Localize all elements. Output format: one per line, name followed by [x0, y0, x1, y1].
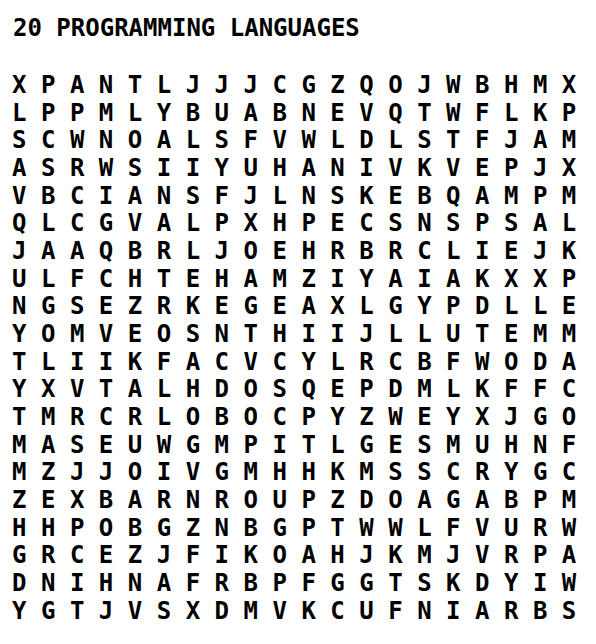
grid-cell[interactable]: H: [301, 237, 330, 265]
grid-cell[interactable]: W: [446, 99, 475, 127]
grid-cell[interactable]: R: [157, 486, 186, 514]
grid-cell[interactable]: P: [301, 486, 330, 514]
grid-cell[interactable]: O: [128, 458, 157, 486]
grid-cell[interactable]: H: [272, 209, 301, 237]
grid-cell[interactable]: G: [301, 71, 330, 99]
grid-cell[interactable]: G: [12, 541, 41, 569]
grid-cell[interactable]: C: [562, 375, 591, 403]
grid-cell[interactable]: A: [301, 541, 330, 569]
grid-cell[interactable]: P: [41, 71, 70, 99]
grid-cell[interactable]: W: [99, 154, 128, 182]
grid-cell[interactable]: N: [417, 597, 446, 625]
grid-cell[interactable]: X: [41, 375, 70, 403]
grid-cell[interactable]: B: [128, 514, 157, 542]
grid-cell[interactable]: H: [186, 375, 215, 403]
grid-cell[interactable]: X: [186, 597, 215, 625]
grid-cell[interactable]: E: [99, 431, 128, 459]
grid-cell[interactable]: M: [244, 458, 273, 486]
grid-cell[interactable]: A: [128, 182, 157, 210]
grid-cell[interactable]: R: [504, 597, 533, 625]
grid-cell[interactable]: L: [157, 403, 186, 431]
grid-cell[interactable]: F: [446, 348, 475, 376]
grid-cell[interactable]: Z: [330, 71, 359, 99]
grid-cell[interactable]: L: [388, 126, 417, 154]
grid-cell[interactable]: O: [186, 403, 215, 431]
grid-cell[interactable]: X: [330, 292, 359, 320]
grid-cell[interactable]: M: [533, 71, 562, 99]
grid-cell[interactable]: R: [475, 458, 504, 486]
grid-cell[interactable]: R: [388, 237, 417, 265]
grid-cell[interactable]: K: [388, 541, 417, 569]
grid-cell[interactable]: N: [330, 154, 359, 182]
grid-cell[interactable]: I: [446, 597, 475, 625]
grid-cell[interactable]: N: [417, 209, 446, 237]
grid-cell[interactable]: T: [388, 569, 417, 597]
grid-cell[interactable]: T: [244, 320, 273, 348]
grid-cell[interactable]: C: [417, 237, 446, 265]
grid-cell[interactable]: D: [12, 569, 41, 597]
grid-cell[interactable]: E: [186, 265, 215, 293]
grid-cell[interactable]: M: [12, 458, 41, 486]
grid-cell[interactable]: W: [70, 126, 99, 154]
grid-cell[interactable]: B: [272, 99, 301, 127]
grid-cell[interactable]: I: [301, 320, 330, 348]
grid-cell[interactable]: F: [533, 375, 562, 403]
grid-cell[interactable]: C: [562, 458, 591, 486]
grid-cell[interactable]: A: [301, 154, 330, 182]
grid-cell[interactable]: A: [70, 71, 99, 99]
grid-cell[interactable]: W: [301, 126, 330, 154]
grid-cell[interactable]: F: [388, 597, 417, 625]
grid-cell[interactable]: B: [359, 237, 388, 265]
grid-cell[interactable]: Y: [330, 403, 359, 431]
grid-cell[interactable]: I: [99, 348, 128, 376]
grid-cell[interactable]: C: [272, 403, 301, 431]
grid-cell[interactable]: I: [330, 265, 359, 293]
grid-cell[interactable]: O: [388, 486, 417, 514]
grid-cell[interactable]: J: [533, 154, 562, 182]
grid-cell[interactable]: M: [446, 431, 475, 459]
grid-cell[interactable]: I: [70, 348, 99, 376]
grid-cell[interactable]: I: [157, 154, 186, 182]
grid-cell[interactable]: E: [215, 292, 244, 320]
grid-cell[interactable]: N: [99, 71, 128, 99]
grid-cell[interactable]: C: [272, 348, 301, 376]
grid-cell[interactable]: Z: [128, 292, 157, 320]
grid-cell[interactable]: Z: [128, 541, 157, 569]
grid-cell[interactable]: L: [330, 431, 359, 459]
grid-cell[interactable]: S: [186, 320, 215, 348]
grid-cell[interactable]: P: [41, 99, 70, 127]
grid-cell[interactable]: A: [157, 569, 186, 597]
grid-cell[interactable]: Y: [12, 320, 41, 348]
grid-cell[interactable]: N: [12, 292, 41, 320]
grid-cell[interactable]: V: [446, 154, 475, 182]
grid-cell[interactable]: I: [475, 237, 504, 265]
grid-cell[interactable]: J: [504, 126, 533, 154]
grid-cell[interactable]: C: [70, 541, 99, 569]
grid-cell[interactable]: I: [533, 569, 562, 597]
grid-cell[interactable]: O: [272, 541, 301, 569]
grid-cell[interactable]: O: [157, 320, 186, 348]
grid-cell[interactable]: J: [533, 237, 562, 265]
grid-cell[interactable]: O: [244, 486, 273, 514]
grid-cell[interactable]: P: [301, 209, 330, 237]
grid-cell[interactable]: A: [388, 265, 417, 293]
grid-cell[interactable]: T: [12, 348, 41, 376]
grid-cell[interactable]: P: [70, 514, 99, 542]
grid-cell[interactable]: W: [562, 514, 591, 542]
grid-cell[interactable]: F: [157, 348, 186, 376]
grid-cell[interactable]: D: [215, 375, 244, 403]
grid-cell[interactable]: U: [12, 265, 41, 293]
grid-cell[interactable]: N: [215, 320, 244, 348]
grid-cell[interactable]: A: [446, 265, 475, 293]
grid-cell[interactable]: B: [417, 182, 446, 210]
grid-cell[interactable]: E: [272, 292, 301, 320]
grid-cell[interactable]: B: [504, 486, 533, 514]
grid-cell[interactable]: U: [244, 154, 273, 182]
grid-cell[interactable]: L: [359, 292, 388, 320]
grid-cell[interactable]: E: [388, 431, 417, 459]
grid-cell[interactable]: L: [41, 209, 70, 237]
grid-cell[interactable]: D: [215, 597, 244, 625]
grid-cell[interactable]: F: [475, 126, 504, 154]
grid-cell[interactable]: A: [475, 486, 504, 514]
grid-cell[interactable]: S: [272, 375, 301, 403]
grid-cell[interactable]: Z: [301, 265, 330, 293]
grid-cell[interactable]: U: [446, 320, 475, 348]
grid-cell[interactable]: C: [330, 597, 359, 625]
grid-cell[interactable]: A: [157, 126, 186, 154]
grid-cell[interactable]: O: [128, 126, 157, 154]
grid-cell[interactable]: S: [417, 431, 446, 459]
grid-cell[interactable]: L: [330, 126, 359, 154]
grid-cell[interactable]: C: [41, 126, 70, 154]
grid-cell[interactable]: B: [533, 597, 562, 625]
grid-cell[interactable]: M: [70, 320, 99, 348]
grid-cell[interactable]: O: [562, 403, 591, 431]
grid-cell[interactable]: E: [330, 99, 359, 127]
grid-cell[interactable]: A: [41, 237, 70, 265]
grid-cell[interactable]: J: [359, 541, 388, 569]
grid-cell[interactable]: L: [186, 237, 215, 265]
grid-cell[interactable]: H: [301, 458, 330, 486]
grid-cell[interactable]: R: [504, 541, 533, 569]
grid-cell[interactable]: V: [475, 514, 504, 542]
grid-cell[interactable]: R: [157, 237, 186, 265]
grid-cell[interactable]: E: [128, 320, 157, 348]
grid-cell[interactable]: W: [446, 71, 475, 99]
grid-cell[interactable]: S: [417, 569, 446, 597]
grid-cell[interactable]: P: [244, 431, 273, 459]
grid-cell[interactable]: M: [417, 541, 446, 569]
grid-cell[interactable]: X: [475, 403, 504, 431]
grid-cell[interactable]: G: [388, 292, 417, 320]
grid-cell[interactable]: M: [99, 99, 128, 127]
grid-cell[interactable]: E: [330, 375, 359, 403]
grid-cell[interactable]: T: [128, 71, 157, 99]
grid-cell[interactable]: A: [475, 182, 504, 210]
grid-cell[interactable]: U: [475, 431, 504, 459]
grid-cell[interactable]: P: [359, 375, 388, 403]
grid-cell[interactable]: C: [446, 458, 475, 486]
grid-cell[interactable]: J: [157, 541, 186, 569]
grid-cell[interactable]: S: [417, 126, 446, 154]
grid-cell[interactable]: M: [417, 375, 446, 403]
grid-cell[interactable]: B: [99, 486, 128, 514]
grid-cell[interactable]: L: [41, 265, 70, 293]
grid-cell[interactable]: M: [12, 431, 41, 459]
grid-cell[interactable]: C: [359, 209, 388, 237]
grid-cell[interactable]: L: [41, 348, 70, 376]
grid-cell[interactable]: W: [388, 403, 417, 431]
grid-cell[interactable]: P: [475, 209, 504, 237]
grid-cell[interactable]: L: [533, 292, 562, 320]
grid-cell[interactable]: F: [504, 375, 533, 403]
grid-cell[interactable]: V: [272, 597, 301, 625]
grid-cell[interactable]: C: [99, 403, 128, 431]
grid-cell[interactable]: Q: [446, 182, 475, 210]
grid-cell[interactable]: G: [359, 569, 388, 597]
grid-cell[interactable]: Z: [359, 403, 388, 431]
grid-cell[interactable]: L: [186, 126, 215, 154]
grid-cell[interactable]: A: [244, 99, 273, 127]
grid-cell[interactable]: L: [128, 99, 157, 127]
grid-cell[interactable]: V: [272, 126, 301, 154]
grid-cell[interactable]: F: [301, 569, 330, 597]
grid-cell[interactable]: E: [417, 403, 446, 431]
grid-cell[interactable]: G: [359, 431, 388, 459]
grid-cell[interactable]: L: [388, 320, 417, 348]
grid-cell[interactable]: J: [99, 597, 128, 625]
grid-cell[interactable]: E: [475, 154, 504, 182]
grid-cell[interactable]: H: [99, 569, 128, 597]
grid-cell[interactable]: T: [12, 403, 41, 431]
grid-cell[interactable]: Q: [388, 99, 417, 127]
grid-cell[interactable]: S: [215, 126, 244, 154]
grid-cell[interactable]: P: [562, 99, 591, 127]
grid-cell[interactable]: R: [128, 403, 157, 431]
grid-cell[interactable]: J: [417, 71, 446, 99]
grid-cell[interactable]: I: [215, 541, 244, 569]
grid-cell[interactable]: P: [533, 486, 562, 514]
grid-cell[interactable]: U: [272, 486, 301, 514]
grid-cell[interactable]: F: [562, 431, 591, 459]
grid-cell[interactable]: R: [41, 541, 70, 569]
grid-cell[interactable]: X: [70, 486, 99, 514]
grid-cell[interactable]: Q: [359, 71, 388, 99]
grid-cell[interactable]: H: [272, 154, 301, 182]
grid-cell[interactable]: F: [215, 182, 244, 210]
grid-cell[interactable]: P: [533, 182, 562, 210]
grid-cell[interactable]: B: [417, 348, 446, 376]
grid-cell[interactable]: V: [475, 541, 504, 569]
grid-cell[interactable]: X: [12, 71, 41, 99]
grid-cell[interactable]: G: [533, 403, 562, 431]
grid-cell[interactable]: G: [99, 209, 128, 237]
grid-cell[interactable]: M: [215, 431, 244, 459]
grid-cell[interactable]: Y: [157, 99, 186, 127]
grid-cell[interactable]: A: [128, 486, 157, 514]
grid-cell[interactable]: E: [41, 486, 70, 514]
grid-cell[interactable]: M: [562, 182, 591, 210]
grid-cell[interactable]: O: [99, 514, 128, 542]
grid-cell[interactable]: L: [504, 292, 533, 320]
grid-cell[interactable]: M: [359, 458, 388, 486]
grid-cell[interactable]: A: [128, 375, 157, 403]
grid-cell[interactable]: G: [41, 292, 70, 320]
grid-cell[interactable]: W: [359, 514, 388, 542]
grid-cell[interactable]: W: [157, 431, 186, 459]
grid-cell[interactable]: J: [186, 71, 215, 99]
grid-cell[interactable]: Q: [99, 237, 128, 265]
grid-cell[interactable]: K: [186, 292, 215, 320]
grid-cell[interactable]: F: [186, 569, 215, 597]
grid-cell[interactable]: V: [70, 375, 99, 403]
grid-cell[interactable]: E: [272, 237, 301, 265]
grid-cell[interactable]: P: [272, 569, 301, 597]
grid-cell[interactable]: U: [359, 597, 388, 625]
grid-cell[interactable]: L: [157, 71, 186, 99]
grid-cell[interactable]: J: [215, 71, 244, 99]
grid-cell[interactable]: O: [504, 348, 533, 376]
grid-cell[interactable]: F: [244, 126, 273, 154]
grid-cell[interactable]: A: [157, 209, 186, 237]
grid-cell[interactable]: A: [70, 237, 99, 265]
grid-cell[interactable]: R: [70, 403, 99, 431]
grid-cell[interactable]: K: [417, 154, 446, 182]
grid-cell[interactable]: U: [504, 514, 533, 542]
grid-cell[interactable]: D: [359, 486, 388, 514]
grid-cell[interactable]: S: [186, 182, 215, 210]
grid-cell[interactable]: K: [533, 99, 562, 127]
grid-cell[interactable]: J: [504, 403, 533, 431]
grid-cell[interactable]: M: [41, 403, 70, 431]
grid-cell[interactable]: S: [388, 458, 417, 486]
grid-cell[interactable]: C: [70, 182, 99, 210]
grid-cell[interactable]: O: [388, 71, 417, 99]
grid-cell[interactable]: G: [533, 458, 562, 486]
grid-cell[interactable]: S: [562, 597, 591, 625]
grid-cell[interactable]: Y: [215, 154, 244, 182]
grid-cell[interactable]: T: [417, 99, 446, 127]
grid-cell[interactable]: M: [244, 597, 273, 625]
grid-cell[interactable]: X: [504, 265, 533, 293]
grid-cell[interactable]: S: [417, 458, 446, 486]
grid-cell[interactable]: P: [504, 154, 533, 182]
grid-cell[interactable]: I: [272, 431, 301, 459]
grid-cell[interactable]: C: [388, 348, 417, 376]
grid-cell[interactable]: B: [244, 514, 273, 542]
grid-cell[interactable]: B: [186, 99, 215, 127]
grid-cell[interactable]: A: [417, 486, 446, 514]
grid-cell[interactable]: E: [330, 209, 359, 237]
grid-cell[interactable]: Z: [12, 486, 41, 514]
grid-cell[interactable]: Q: [12, 209, 41, 237]
grid-cell[interactable]: N: [301, 99, 330, 127]
grid-cell[interactable]: F: [70, 265, 99, 293]
grid-cell[interactable]: P: [215, 209, 244, 237]
grid-cell[interactable]: W: [388, 514, 417, 542]
grid-cell[interactable]: S: [446, 209, 475, 237]
grid-cell[interactable]: A: [475, 597, 504, 625]
grid-cell[interactable]: J: [12, 237, 41, 265]
grid-cell[interactable]: X: [244, 209, 273, 237]
grid-cell[interactable]: I: [359, 154, 388, 182]
grid-cell[interactable]: H: [330, 541, 359, 569]
grid-cell[interactable]: G: [41, 597, 70, 625]
grid-cell[interactable]: R: [330, 237, 359, 265]
grid-cell[interactable]: B: [128, 237, 157, 265]
grid-cell[interactable]: X: [562, 154, 591, 182]
grid-cell[interactable]: M: [533, 320, 562, 348]
grid-cell[interactable]: J: [215, 237, 244, 265]
grid-cell[interactable]: A: [301, 292, 330, 320]
grid-cell[interactable]: M: [272, 265, 301, 293]
grid-cell[interactable]: L: [446, 237, 475, 265]
grid-cell[interactable]: K: [562, 237, 591, 265]
grid-cell[interactable]: P: [446, 292, 475, 320]
grid-cell[interactable]: H: [272, 458, 301, 486]
grid-cell[interactable]: T: [301, 431, 330, 459]
grid-cell[interactable]: W: [562, 569, 591, 597]
grid-cell[interactable]: J: [244, 71, 273, 99]
grid-cell[interactable]: V: [186, 458, 215, 486]
grid-cell[interactable]: O: [244, 237, 273, 265]
grid-cell[interactable]: T: [475, 320, 504, 348]
grid-cell[interactable]: Q: [301, 375, 330, 403]
grid-cell[interactable]: L: [417, 320, 446, 348]
grid-cell[interactable]: O: [41, 320, 70, 348]
grid-cell[interactable]: Y: [12, 375, 41, 403]
grid-cell[interactable]: I: [99, 182, 128, 210]
grid-cell[interactable]: R: [215, 486, 244, 514]
grid-cell[interactable]: D: [475, 292, 504, 320]
grid-cell[interactable]: G: [446, 486, 475, 514]
grid-cell[interactable]: V: [388, 154, 417, 182]
grid-cell[interactable]: N: [128, 569, 157, 597]
grid-cell[interactable]: V: [244, 348, 273, 376]
grid-cell[interactable]: H: [128, 265, 157, 293]
grid-cell[interactable]: M: [562, 320, 591, 348]
grid-cell[interactable]: Y: [446, 403, 475, 431]
grid-cell[interactable]: B: [41, 182, 70, 210]
grid-cell[interactable]: V: [12, 182, 41, 210]
grid-cell[interactable]: G: [215, 458, 244, 486]
grid-cell[interactable]: S: [504, 209, 533, 237]
grid-cell[interactable]: J: [359, 320, 388, 348]
grid-cell[interactable]: K: [446, 569, 475, 597]
grid-cell[interactable]: Y: [301, 348, 330, 376]
grid-cell[interactable]: E: [504, 237, 533, 265]
grid-cell[interactable]: T: [157, 265, 186, 293]
grid-cell[interactable]: E: [388, 182, 417, 210]
grid-cell[interactable]: K: [244, 541, 273, 569]
grid-cell[interactable]: L: [504, 99, 533, 127]
grid-cell[interactable]: Y: [504, 569, 533, 597]
grid-cell[interactable]: S: [70, 431, 99, 459]
grid-cell[interactable]: T: [99, 375, 128, 403]
grid-cell[interactable]: A: [12, 154, 41, 182]
grid-cell[interactable]: X: [562, 71, 591, 99]
grid-cell[interactable]: L: [272, 182, 301, 210]
grid-cell[interactable]: T: [446, 126, 475, 154]
grid-cell[interactable]: G: [186, 431, 215, 459]
grid-cell[interactable]: K: [330, 458, 359, 486]
grid-cell[interactable]: P: [301, 403, 330, 431]
grid-cell[interactable]: L: [446, 375, 475, 403]
